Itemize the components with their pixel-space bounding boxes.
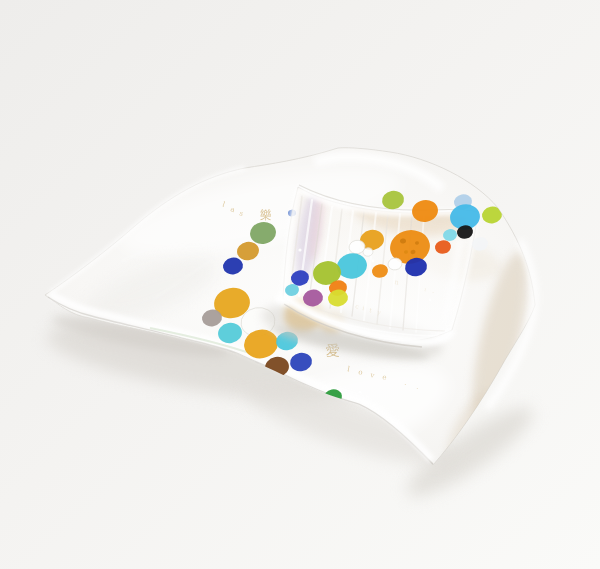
fused-glass-plates-photo: las樂nı·city愛love·· — [0, 0, 600, 569]
gold-mark: · — [404, 380, 407, 389]
gold-mark: · — [416, 384, 419, 393]
gold-mark: 樂 — [260, 208, 272, 222]
photo-stage: las樂nı·city愛love·· — [0, 0, 600, 569]
